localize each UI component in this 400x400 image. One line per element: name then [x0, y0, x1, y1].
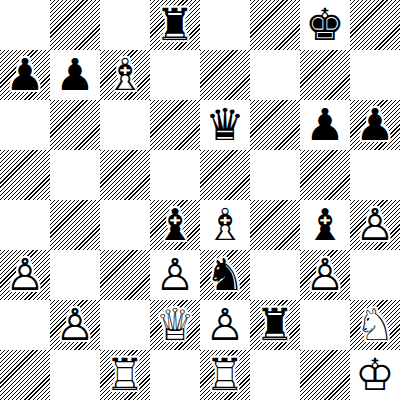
- square-f6[interactable]: [250, 100, 300, 150]
- square-d2[interactable]: ♛♕: [150, 300, 200, 350]
- square-b1[interactable]: [50, 350, 100, 400]
- square-d3[interactable]: ♟♙: [150, 250, 200, 300]
- square-g1[interactable]: [300, 350, 350, 400]
- white-piece-fill: ♟: [150, 250, 200, 300]
- square-a8[interactable]: [0, 0, 50, 50]
- white-pawn-e2: ♙: [200, 300, 250, 350]
- white-piece-fill: ♛: [150, 300, 200, 350]
- white-piece-fill: ♟: [200, 300, 250, 350]
- square-c6[interactable]: [100, 100, 150, 150]
- square-a6[interactable]: [0, 100, 50, 150]
- square-d4[interactable]: ♝: [150, 200, 200, 250]
- black-bishop-d4: ♝: [150, 200, 200, 250]
- white-piece-fill: ♜: [100, 350, 150, 400]
- black-bishop-g4: ♝: [300, 200, 350, 250]
- white-king-h1: ♔: [350, 350, 400, 400]
- square-d5[interactable]: [150, 150, 200, 200]
- square-g8[interactable]: ♚: [300, 0, 350, 50]
- square-c1[interactable]: ♜♖: [100, 350, 150, 400]
- square-e2[interactable]: ♟♙: [200, 300, 250, 350]
- black-pawn-a7: ♟: [0, 50, 50, 100]
- white-piece-fill: ♜: [200, 350, 250, 400]
- square-g3[interactable]: ♟♙: [300, 250, 350, 300]
- square-f3[interactable]: [250, 250, 300, 300]
- black-pawn-b7: ♟: [50, 50, 100, 100]
- square-h6[interactable]: ♟: [350, 100, 400, 150]
- square-f8[interactable]: [250, 0, 300, 50]
- square-f2[interactable]: ♜: [250, 300, 300, 350]
- square-h3[interactable]: [350, 250, 400, 300]
- black-knight-e3: ♞: [200, 250, 250, 300]
- square-h7[interactable]: [350, 50, 400, 100]
- square-b7[interactable]: ♟: [50, 50, 100, 100]
- board-wrap: ♜♚♟♟♝♗♛♟♟♝♝♗♝♟♙♟♙♟♙♞♟♙♟♙♛♕♟♙♜♞♘♜♖♜♖♚♔: [0, 0, 400, 400]
- square-h5[interactable]: [350, 150, 400, 200]
- square-a2[interactable]: [0, 300, 50, 350]
- white-pawn-b2: ♙: [50, 300, 100, 350]
- square-d7[interactable]: [150, 50, 200, 100]
- square-d1[interactable]: [150, 350, 200, 400]
- white-piece-fill: ♟: [0, 250, 50, 300]
- square-e3[interactable]: ♞: [200, 250, 250, 300]
- square-a7[interactable]: ♟: [0, 50, 50, 100]
- square-h2[interactable]: ♞♘: [350, 300, 400, 350]
- white-pawn-h4: ♙: [350, 200, 400, 250]
- black-pawn-g6: ♟: [300, 100, 350, 150]
- square-h1[interactable]: ♚♔: [350, 350, 400, 400]
- white-knight-h2: ♘: [350, 300, 400, 350]
- black-king-g8: ♚: [300, 0, 350, 50]
- square-e4[interactable]: ♝♗: [200, 200, 250, 250]
- square-a4[interactable]: [0, 200, 50, 250]
- square-c5[interactable]: [100, 150, 150, 200]
- square-c2[interactable]: [100, 300, 150, 350]
- white-piece-fill: ♟: [350, 200, 400, 250]
- white-rook-e1: ♖: [200, 350, 250, 400]
- white-bishop-c7: ♗: [100, 50, 150, 100]
- square-a1[interactable]: [0, 350, 50, 400]
- white-piece-fill: ♚: [350, 350, 400, 400]
- square-g5[interactable]: [300, 150, 350, 200]
- chess-board: ♜♚♟♟♝♗♛♟♟♝♝♗♝♟♙♟♙♟♙♞♟♙♟♙♛♕♟♙♜♞♘♜♖♜♖♚♔: [0, 0, 400, 400]
- square-g2[interactable]: [300, 300, 350, 350]
- square-d8[interactable]: ♜: [150, 0, 200, 50]
- square-c3[interactable]: [100, 250, 150, 300]
- square-e1[interactable]: ♜♖: [200, 350, 250, 400]
- black-queen-e6: ♛: [200, 100, 250, 150]
- white-bishop-e4: ♗: [200, 200, 250, 250]
- white-rook-c1: ♖: [100, 350, 150, 400]
- square-b8[interactable]: [50, 0, 100, 50]
- black-pawn-h6: ♟: [350, 100, 400, 150]
- square-h4[interactable]: ♟♙: [350, 200, 400, 250]
- square-b3[interactable]: [50, 250, 100, 300]
- square-e6[interactable]: ♛: [200, 100, 250, 150]
- white-piece-fill: ♟: [50, 300, 100, 350]
- square-f4[interactable]: [250, 200, 300, 250]
- square-c8[interactable]: [100, 0, 150, 50]
- square-f1[interactable]: [250, 350, 300, 400]
- square-h8[interactable]: [350, 0, 400, 50]
- square-f7[interactable]: [250, 50, 300, 100]
- white-queen-d2: ♕: [150, 300, 200, 350]
- square-c7[interactable]: ♝♗: [100, 50, 150, 100]
- square-d6[interactable]: [150, 100, 200, 150]
- square-b6[interactable]: [50, 100, 100, 150]
- square-g4[interactable]: ♝: [300, 200, 350, 250]
- white-piece-fill: ♝: [200, 200, 250, 250]
- square-c4[interactable]: [100, 200, 150, 250]
- square-g6[interactable]: ♟: [300, 100, 350, 150]
- square-g7[interactable]: [300, 50, 350, 100]
- square-a5[interactable]: [0, 150, 50, 200]
- black-rook-d8: ♜: [150, 0, 200, 50]
- square-e5[interactable]: [200, 150, 250, 200]
- white-pawn-g3: ♙: [300, 250, 350, 300]
- square-a3[interactable]: ♟♙: [0, 250, 50, 300]
- white-pawn-a3: ♙: [0, 250, 50, 300]
- square-b4[interactable]: [50, 200, 100, 250]
- white-piece-fill: ♟: [300, 250, 350, 300]
- white-pawn-d3: ♙: [150, 250, 200, 300]
- white-piece-fill: ♞: [350, 300, 400, 350]
- square-e8[interactable]: [200, 0, 250, 50]
- square-b5[interactable]: [50, 150, 100, 200]
- white-piece-fill: ♝: [100, 50, 150, 100]
- square-f5[interactable]: [250, 150, 300, 200]
- black-rook-f2: ♜: [250, 300, 300, 350]
- square-e7[interactable]: [200, 50, 250, 100]
- square-b2[interactable]: ♟♙: [50, 300, 100, 350]
